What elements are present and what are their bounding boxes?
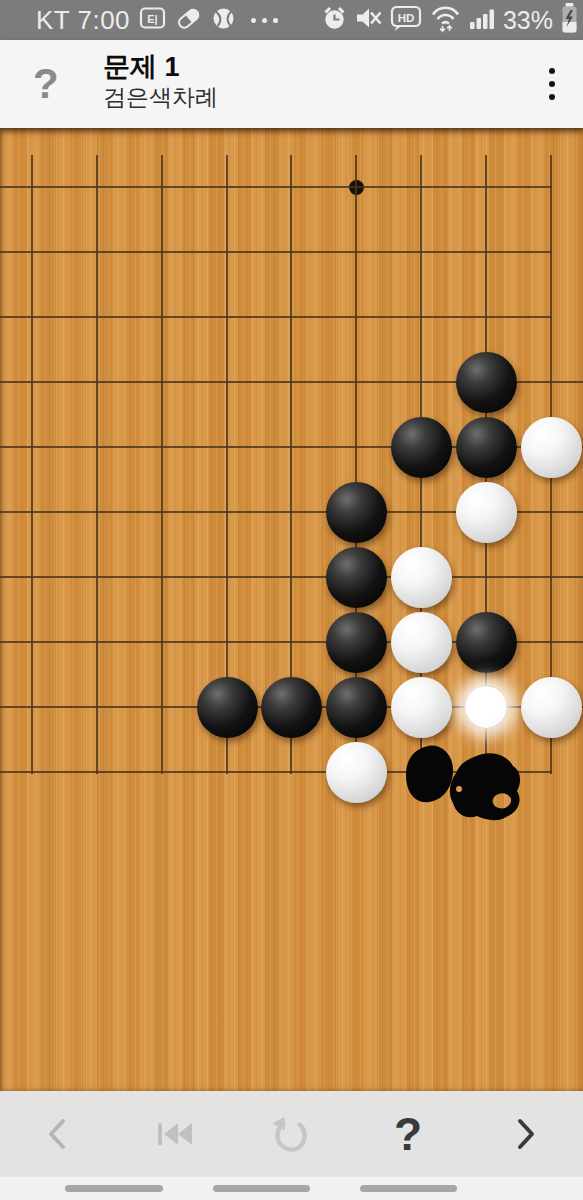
problem-title: 문제 1 bbox=[103, 52, 218, 82]
gesture-bar[interactable] bbox=[360, 1185, 457, 1192]
bottom-toolbar: ? bbox=[0, 1091, 583, 1177]
status-bar: KT 7:00 E| HD bbox=[0, 0, 583, 40]
forward-button[interactable] bbox=[490, 1099, 560, 1169]
overflow-menu-button[interactable] bbox=[549, 68, 555, 100]
status-left: KT 7:00 E| bbox=[0, 5, 278, 36]
wifi-arrows-icon bbox=[429, 4, 462, 37]
help-button[interactable]: ? bbox=[33, 63, 59, 105]
signal-bars-icon bbox=[469, 6, 496, 35]
gesture-bar[interactable] bbox=[65, 1185, 163, 1192]
undo-button[interactable] bbox=[256, 1099, 326, 1169]
hint-button[interactable]: ? bbox=[373, 1099, 443, 1169]
app-header: ? 문제 1 검은색차례 bbox=[0, 40, 583, 128]
reader-EI-icon: E| bbox=[139, 6, 166, 35]
chevron-left-icon bbox=[51, 1121, 63, 1147]
more-dots-icon bbox=[251, 18, 278, 23]
pen-marks-layer bbox=[0, 128, 583, 1091]
svg-text:E|: E| bbox=[147, 12, 157, 24]
hd-badge: HD bbox=[390, 4, 422, 36]
skip-to-start-button[interactable] bbox=[140, 1099, 210, 1169]
pen-mark-blob-1 bbox=[406, 746, 453, 803]
title-block: 문제 1 검은색차례 bbox=[103, 52, 218, 112]
status-right: HD 33% bbox=[321, 2, 583, 38]
phone-screen: KT 7:00 E| HD bbox=[0, 0, 583, 1200]
hint-question-icon: ? bbox=[394, 1111, 422, 1157]
svg-text:HD: HD bbox=[398, 12, 415, 24]
ball-icon bbox=[211, 6, 236, 35]
carrier-time-label: KT 7:00 bbox=[36, 5, 130, 36]
mute-icon bbox=[355, 5, 383, 35]
gesture-bar[interactable] bbox=[213, 1185, 310, 1192]
pen-mark-blob-2 bbox=[450, 753, 520, 820]
pill-icon bbox=[175, 5, 202, 36]
chevron-right-icon bbox=[520, 1121, 532, 1147]
turn-subtitle: 검은색차례 bbox=[103, 82, 218, 112]
back-button[interactable] bbox=[23, 1099, 93, 1169]
battery-charging-icon bbox=[560, 2, 579, 38]
undo-icon bbox=[268, 1113, 314, 1155]
skip-start-icon bbox=[151, 1114, 199, 1154]
battery-percent-label: 33% bbox=[503, 6, 553, 35]
gesture-hint-area bbox=[0, 1177, 583, 1200]
go-board[interactable] bbox=[0, 128, 583, 1091]
alarm-icon bbox=[321, 5, 348, 36]
